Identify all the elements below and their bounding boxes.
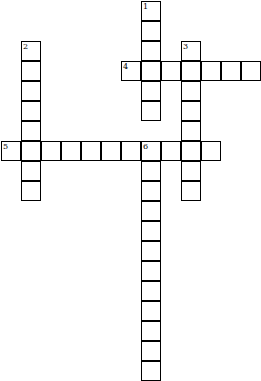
crossword-cell[interactable] — [141, 161, 161, 181]
crossword-cell[interactable] — [21, 61, 41, 81]
crossword-cell[interactable] — [141, 81, 161, 101]
clue-number: 3 — [183, 42, 188, 51]
crossword-cell[interactable] — [141, 341, 161, 361]
crossword-cell[interactable] — [21, 121, 41, 141]
crossword-cell[interactable] — [21, 141, 41, 161]
crossword-cell[interactable] — [181, 61, 201, 81]
crossword-cell[interactable]: 5 — [1, 141, 21, 161]
crossword-cell[interactable]: 3 — [181, 41, 201, 61]
crossword-cell[interactable] — [161, 61, 181, 81]
crossword-cell[interactable] — [181, 101, 201, 121]
clue-number: 4 — [123, 62, 128, 71]
crossword-cell[interactable] — [141, 61, 161, 81]
crossword-cell[interactable] — [181, 141, 201, 161]
clue-number: 5 — [3, 142, 8, 151]
crossword-cell[interactable] — [41, 141, 61, 161]
crossword-cell[interactable] — [21, 101, 41, 121]
crossword-cell[interactable] — [61, 141, 81, 161]
crossword-cell[interactable] — [141, 181, 161, 201]
crossword-cell[interactable] — [181, 161, 201, 181]
crossword-cell[interactable] — [101, 141, 121, 161]
crossword-puzzle-page: 123456 — [0, 0, 261, 381]
crossword-cell[interactable] — [81, 141, 101, 161]
crossword-cell[interactable] — [141, 361, 161, 381]
crossword-cell[interactable] — [141, 321, 161, 341]
crossword-board: 123456 — [1, 1, 261, 381]
crossword-cell[interactable] — [181, 181, 201, 201]
crossword-cell[interactable] — [141, 281, 161, 301]
crossword-cell[interactable] — [141, 101, 161, 121]
crossword-cell[interactable] — [201, 61, 221, 81]
clue-number: 1 — [143, 2, 148, 11]
crossword-cell[interactable] — [161, 141, 181, 161]
crossword-cell[interactable] — [141, 41, 161, 61]
crossword-cell[interactable] — [241, 61, 261, 81]
clue-number: 2 — [23, 42, 28, 51]
crossword-cell[interactable] — [141, 201, 161, 221]
crossword-cell[interactable] — [141, 221, 161, 241]
crossword-cell[interactable]: 4 — [121, 61, 141, 81]
crossword-cell[interactable] — [201, 141, 221, 161]
crossword-cell[interactable]: 1 — [141, 1, 161, 21]
crossword-cell[interactable] — [141, 21, 161, 41]
crossword-cell[interactable] — [221, 61, 241, 81]
crossword-cell[interactable] — [21, 161, 41, 181]
crossword-cell[interactable] — [21, 81, 41, 101]
crossword-cell[interactable]: 6 — [141, 141, 161, 161]
crossword-cell[interactable]: 2 — [21, 41, 41, 61]
clue-number: 6 — [143, 142, 148, 151]
crossword-cell[interactable] — [141, 241, 161, 261]
crossword-cell[interactable] — [141, 301, 161, 321]
crossword-cell[interactable] — [121, 141, 141, 161]
crossword-cell[interactable] — [21, 181, 41, 201]
crossword-cell[interactable] — [181, 81, 201, 101]
crossword-cell[interactable] — [141, 261, 161, 281]
crossword-cell[interactable] — [181, 121, 201, 141]
